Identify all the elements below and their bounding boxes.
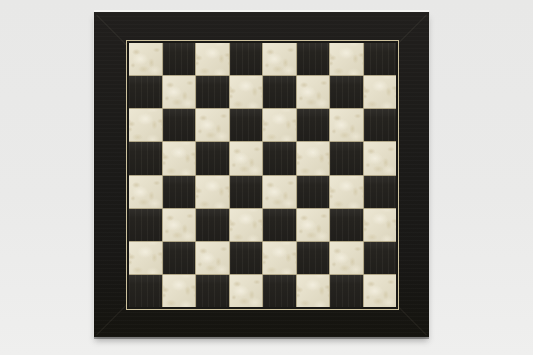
square-b1[interactable]	[163, 275, 196, 307]
chessboard	[94, 12, 429, 337]
board-grid	[129, 43, 396, 307]
square-e2[interactable]	[263, 242, 296, 274]
square-c2[interactable]	[196, 242, 229, 274]
square-d1[interactable]	[230, 275, 263, 307]
square-c6[interactable]	[196, 109, 229, 141]
square-f6[interactable]	[297, 109, 330, 141]
square-g8[interactable]	[330, 43, 363, 75]
square-h6[interactable]	[364, 109, 397, 141]
square-g3[interactable]	[330, 209, 363, 241]
square-f5[interactable]	[297, 142, 330, 174]
square-h3[interactable]	[364, 209, 397, 241]
square-e8[interactable]	[263, 43, 296, 75]
square-d7[interactable]	[230, 76, 263, 108]
square-d5[interactable]	[230, 142, 263, 174]
square-d4[interactable]	[230, 176, 263, 208]
square-a4[interactable]	[129, 176, 162, 208]
frame-miter-seam	[96, 304, 128, 336]
square-h1[interactable]	[364, 275, 397, 307]
square-b4[interactable]	[163, 176, 196, 208]
square-a6[interactable]	[129, 109, 162, 141]
square-b5[interactable]	[163, 142, 196, 174]
square-a5[interactable]	[129, 142, 162, 174]
square-g7[interactable]	[330, 76, 363, 108]
frame-miter-seam	[395, 304, 427, 336]
square-g4[interactable]	[330, 176, 363, 208]
playing-field	[126, 40, 399, 310]
square-c3[interactable]	[196, 209, 229, 241]
square-c5[interactable]	[196, 142, 229, 174]
square-a1[interactable]	[129, 275, 162, 307]
square-b8[interactable]	[163, 43, 196, 75]
square-d2[interactable]	[230, 242, 263, 274]
square-a3[interactable]	[129, 209, 162, 241]
square-d6[interactable]	[230, 109, 263, 141]
square-c4[interactable]	[196, 176, 229, 208]
square-e5[interactable]	[263, 142, 296, 174]
product-photo-background	[0, 0, 533, 355]
frame-miter-seam	[96, 15, 128, 47]
square-h5[interactable]	[364, 142, 397, 174]
square-f8[interactable]	[297, 43, 330, 75]
square-b3[interactable]	[163, 209, 196, 241]
square-c1[interactable]	[196, 275, 229, 307]
square-h8[interactable]	[364, 43, 397, 75]
square-e1[interactable]	[263, 275, 296, 307]
square-a7[interactable]	[129, 76, 162, 108]
square-a8[interactable]	[129, 43, 162, 75]
square-g6[interactable]	[330, 109, 363, 141]
square-e4[interactable]	[263, 176, 296, 208]
square-h7[interactable]	[364, 76, 397, 108]
square-f7[interactable]	[297, 76, 330, 108]
square-h2[interactable]	[364, 242, 397, 274]
square-c8[interactable]	[196, 43, 229, 75]
square-e3[interactable]	[263, 209, 296, 241]
square-e7[interactable]	[263, 76, 296, 108]
square-d3[interactable]	[230, 209, 263, 241]
square-d8[interactable]	[230, 43, 263, 75]
square-e6[interactable]	[263, 109, 296, 141]
square-a2[interactable]	[129, 242, 162, 274]
square-b7[interactable]	[163, 76, 196, 108]
square-h4[interactable]	[364, 176, 397, 208]
square-b6[interactable]	[163, 109, 196, 141]
square-g5[interactable]	[330, 142, 363, 174]
square-f1[interactable]	[297, 275, 330, 307]
square-g1[interactable]	[330, 275, 363, 307]
square-c7[interactable]	[196, 76, 229, 108]
square-f3[interactable]	[297, 209, 330, 241]
square-f2[interactable]	[297, 242, 330, 274]
square-g2[interactable]	[330, 242, 363, 274]
square-f4[interactable]	[297, 176, 330, 208]
frame-miter-seam	[395, 15, 427, 47]
square-b2[interactable]	[163, 242, 196, 274]
